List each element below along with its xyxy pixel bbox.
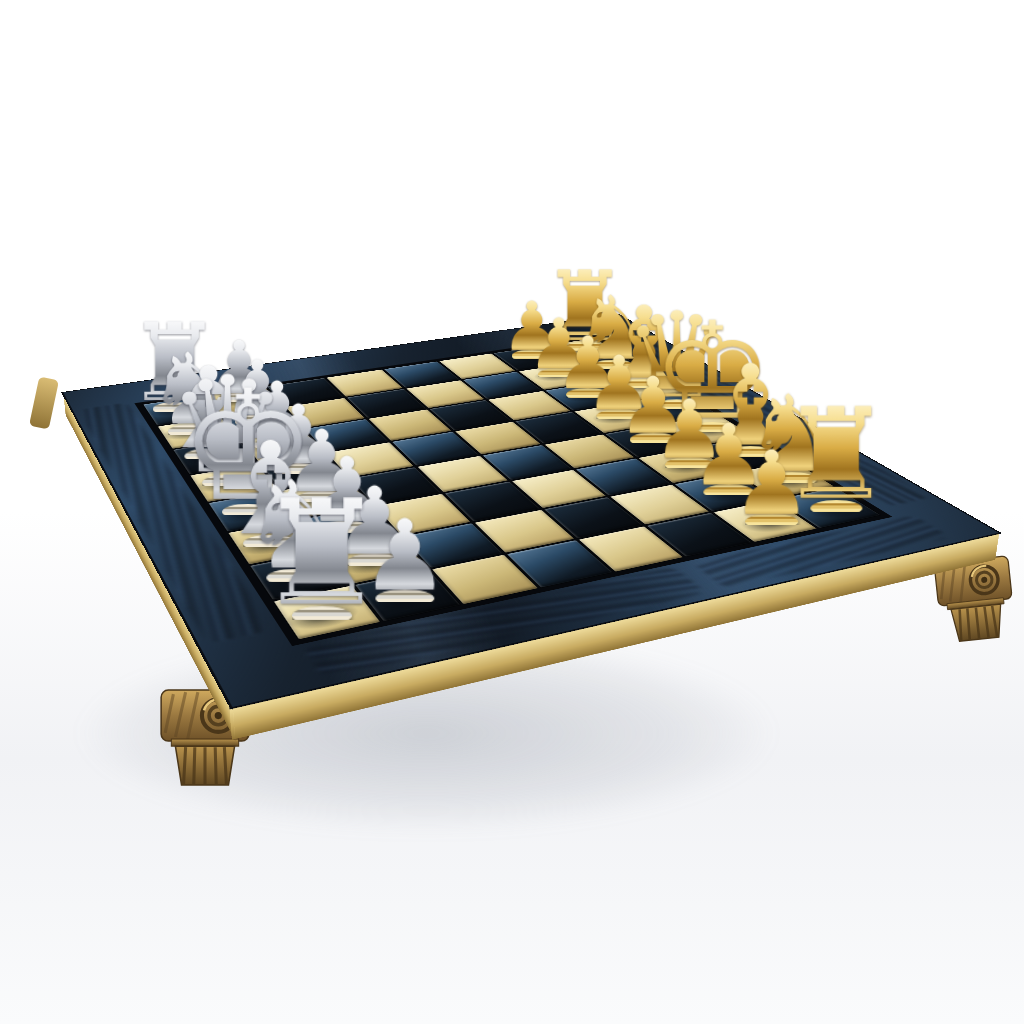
silver-rook-glyph: ♜ [256,481,386,626]
gold-pawn-glyph: ♟ [732,440,811,528]
board-perspective: ♜♞♝♛♚♝♞♜♟♟♟♟♟♟♟♟♟♟♟♟♟♟♟♟♜♞♝♛♚♝♞♜ [0,0,1024,1024]
chess-board: ♜♞♝♛♚♝♞♜♟♟♟♟♟♟♟♟♟♟♟♟♟♟♟♟♜♞♝♛♚♝♞♜ [63,314,998,707]
studio-scene: ♜♞♝♛♚♝♞♜♟♟♟♟♟♟♟♟♟♟♟♟♟♟♟♟♜♞♝♛♚♝♞♜ [0,0,1024,1024]
